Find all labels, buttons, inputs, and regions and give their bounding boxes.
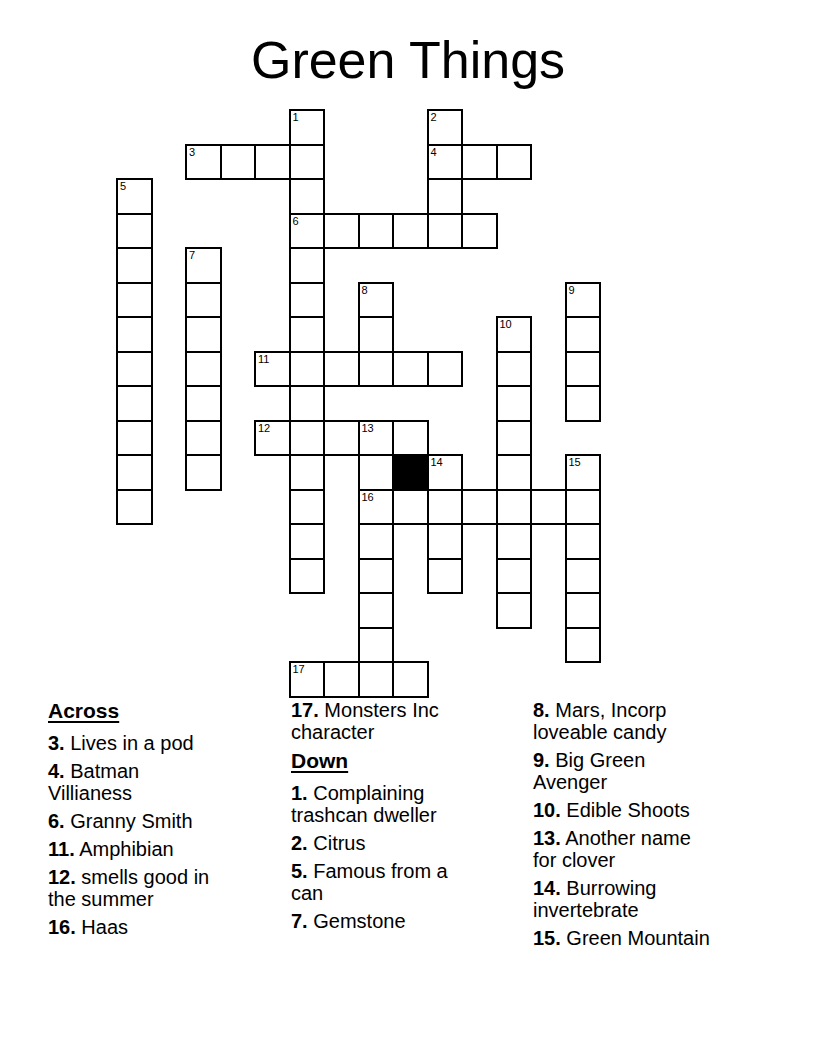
clue-number-17: 17 (293, 663, 305, 676)
cell-r7c4[interactable]: 11 (254, 351, 291, 388)
clue-number-2: 2 (431, 111, 437, 124)
cell-r7c13[interactable] (565, 351, 602, 388)
clue-number-3: 3 (189, 146, 195, 159)
clue-15: 15. Green Mountain (533, 927, 785, 949)
clue-number-15: 15 (569, 456, 581, 469)
cell-r10c0[interactable] (116, 454, 153, 491)
cell-r7c0[interactable] (116, 351, 153, 388)
cell-r9c11[interactable] (496, 420, 533, 457)
cell-r5c13[interactable]: 9 (565, 282, 602, 319)
clue-number-9: 9 (569, 284, 575, 297)
down-heading: Down (291, 749, 529, 773)
clue-7-number: 7. (291, 910, 308, 932)
clue-number-12: 12 (258, 422, 270, 435)
puzzle-title: Green Things (0, 30, 816, 90)
black-cell-r10c8 (392, 454, 429, 491)
cell-r8c2[interactable] (185, 385, 222, 422)
cell-r2c9[interactable] (427, 178, 464, 215)
cell-r12c7[interactable] (358, 523, 395, 560)
cell-r4c5[interactable] (289, 247, 326, 284)
clue-8-number: 8. (533, 699, 550, 721)
clue-number-13: 13 (362, 422, 374, 435)
clue-3-number: 3. (48, 732, 65, 754)
cell-r2c0[interactable]: 5 (116, 178, 153, 215)
cell-r9c0[interactable] (116, 420, 153, 457)
clue-14: 14. Burrowinginvertebrate (533, 877, 785, 921)
cell-r1c10[interactable] (461, 144, 498, 181)
clue-11-number: 11. (48, 838, 75, 860)
cell-r9c4[interactable]: 12 (254, 420, 291, 457)
clues-column-1: Across3. Lives in a pod4. BatmanVilliane… (48, 699, 286, 944)
clue-7: 7. Gemstone (291, 910, 529, 932)
cell-r13c11[interactable] (496, 558, 533, 595)
clue-8: 8. Mars, Incorploveable candy (533, 699, 785, 743)
clue-9-number: 9. (533, 749, 550, 771)
cell-r14c7[interactable] (358, 592, 395, 629)
cell-r7c5[interactable] (289, 351, 326, 388)
cell-r4c2[interactable]: 7 (185, 247, 222, 284)
cell-r12c13[interactable] (565, 523, 602, 560)
cell-r13c9[interactable] (427, 558, 464, 595)
cell-r11c5[interactable] (289, 489, 326, 526)
cell-r1c4[interactable] (254, 144, 291, 181)
cell-r5c0[interactable] (116, 282, 153, 319)
clue-4-number: 4. (48, 760, 65, 782)
clue-2-number: 2. (291, 832, 308, 854)
clue-number-16: 16 (362, 491, 374, 504)
cell-r13c5[interactable] (289, 558, 326, 595)
cell-r8c13[interactable] (565, 385, 602, 422)
cell-r3c0[interactable] (116, 213, 153, 250)
cell-r16c5[interactable]: 17 (289, 661, 326, 698)
clue-5-number: 5. (291, 860, 308, 882)
cell-r10c2[interactable] (185, 454, 222, 491)
clue-10: 10. Edible Shoots (533, 799, 785, 821)
cell-r1c9[interactable]: 4 (427, 144, 464, 181)
clue-15-number: 15. (533, 927, 561, 949)
clue-number-14: 14 (431, 456, 443, 469)
clue-number-7: 7 (189, 249, 195, 262)
cell-r16c6[interactable] (323, 661, 360, 698)
cell-r7c9[interactable] (427, 351, 464, 388)
clue-1: 1. Complainingtrashcan dweller (291, 782, 529, 826)
cell-r1c11[interactable] (496, 144, 533, 181)
clue-number-10: 10 (500, 318, 512, 331)
clue-number-11: 11 (258, 353, 269, 366)
cell-r8c5[interactable] (289, 385, 326, 422)
clue-11: 11. Amphibian (48, 838, 286, 860)
cell-r9c2[interactable] (185, 420, 222, 457)
cell-r7c2[interactable] (185, 351, 222, 388)
cell-r4c0[interactable] (116, 247, 153, 284)
cell-r10c11[interactable] (496, 454, 533, 491)
cell-r12c9[interactable] (427, 523, 464, 560)
cell-r11c11[interactable] (496, 489, 533, 526)
cell-r10c9[interactable]: 14 (427, 454, 464, 491)
cell-r0c5[interactable]: 1 (289, 109, 326, 146)
clue-12: 12. smells good inthe summer (48, 866, 286, 910)
clue-17-number: 17. (291, 699, 319, 721)
cell-r11c10[interactable] (461, 489, 498, 526)
cell-r11c12[interactable] (530, 489, 567, 526)
clue-14-number: 14. (533, 877, 561, 899)
cell-r14c13[interactable] (565, 592, 602, 629)
clue-6: 6. Granny Smith (48, 810, 286, 832)
clue-9: 9. Big GreenAvenger (533, 749, 785, 793)
clue-4: 4. BatmanVillianess (48, 760, 286, 804)
cell-r14c11[interactable] (496, 592, 533, 629)
clue-16-number: 16. (48, 916, 76, 938)
cell-r11c9[interactable] (427, 489, 464, 526)
cell-r3c10[interactable] (461, 213, 498, 250)
cell-r3c5[interactable]: 6 (289, 213, 326, 250)
clue-10-number: 10. (533, 799, 561, 821)
cell-r11c8[interactable] (392, 489, 429, 526)
clue-1-number: 1. (291, 782, 308, 804)
clues-column-2: 17. Monsters InccharacterDown1. Complain… (291, 699, 529, 938)
cell-r12c5[interactable] (289, 523, 326, 560)
cell-r11c7[interactable]: 16 (358, 489, 395, 526)
cell-r3c8[interactable] (392, 213, 429, 250)
cell-r13c7[interactable] (358, 558, 395, 595)
cell-r6c2[interactable] (185, 316, 222, 353)
cell-r8c11[interactable] (496, 385, 533, 422)
clues-column-3: 8. Mars, Incorploveable candy9. Big Gree… (533, 699, 785, 955)
cell-r6c11[interactable]: 10 (496, 316, 533, 353)
clue-17: 17. Monsters Inccharacter (291, 699, 529, 743)
cell-r9c8[interactable] (392, 420, 429, 457)
cell-r11c13[interactable] (565, 489, 602, 526)
clue-6-number: 6. (48, 810, 65, 832)
clue-3: 3. Lives in a pod (48, 732, 286, 754)
cell-r5c2[interactable] (185, 282, 222, 319)
clue-number-5: 5 (120, 180, 126, 193)
clue-number-6: 6 (293, 215, 299, 228)
cell-r8c0[interactable] (116, 385, 153, 422)
clue-2: 2. Citrus (291, 832, 529, 854)
clue-13: 13. Another namefor clover (533, 827, 785, 871)
cell-r6c7[interactable] (358, 316, 395, 353)
cell-r6c5[interactable] (289, 316, 326, 353)
cell-r9c6[interactable] (323, 420, 360, 457)
cell-r7c7[interactable] (358, 351, 395, 388)
cell-r7c6[interactable] (323, 351, 360, 388)
cell-r11c0[interactable] (116, 489, 153, 526)
cell-r3c9[interactable] (427, 213, 464, 250)
cell-r2c5[interactable] (289, 178, 326, 215)
cell-r16c7[interactable] (358, 661, 395, 698)
cell-r0c9[interactable]: 2 (427, 109, 464, 146)
cell-r13c13[interactable] (565, 558, 602, 595)
cell-r3c7[interactable] (358, 213, 395, 250)
cell-r1c3[interactable] (220, 144, 257, 181)
clue-16: 16. Haas (48, 916, 286, 938)
cell-r6c0[interactable] (116, 316, 153, 353)
cell-r10c13[interactable]: 15 (565, 454, 602, 491)
cell-r15c13[interactable] (565, 627, 602, 664)
cell-r10c7[interactable] (358, 454, 395, 491)
cell-r1c5[interactable] (289, 144, 326, 181)
clue-5: 5. Famous from acan (291, 860, 529, 904)
clue-13-number: 13. (533, 827, 561, 849)
cell-r15c7[interactable] (358, 627, 395, 664)
cell-r7c8[interactable] (392, 351, 429, 388)
across-heading: Across (48, 699, 286, 723)
cell-r5c5[interactable] (289, 282, 326, 319)
cell-r9c5[interactable] (289, 420, 326, 457)
cell-r5c7[interactable]: 8 (358, 282, 395, 319)
cell-r16c8[interactable] (392, 661, 429, 698)
cell-r10c5[interactable] (289, 454, 326, 491)
cell-r7c11[interactable] (496, 351, 533, 388)
clue-number-1: 1 (293, 111, 299, 124)
crossword-grid: 1234567891011121314151617 (117, 110, 600, 697)
clue-number-4: 4 (431, 146, 437, 159)
cell-r6c13[interactable] (565, 316, 602, 353)
cell-r1c2[interactable]: 3 (185, 144, 222, 181)
cell-r12c11[interactable] (496, 523, 533, 560)
clue-number-8: 8 (362, 284, 368, 297)
cell-r9c7[interactable]: 13 (358, 420, 395, 457)
cell-r3c6[interactable] (323, 213, 360, 250)
clue-12-number: 12. (48, 866, 76, 888)
